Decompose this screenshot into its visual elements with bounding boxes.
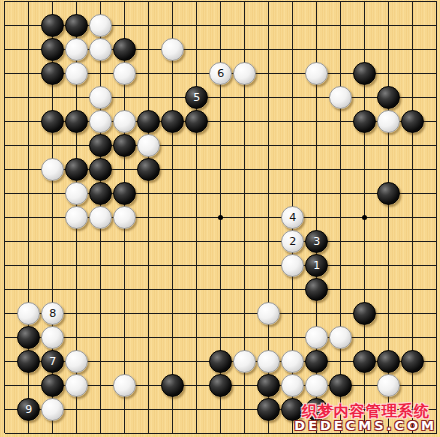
stone-white[interactable]	[113, 110, 136, 133]
stone-black[interactable]	[113, 134, 136, 157]
stone-black[interactable]: 9	[17, 398, 40, 421]
stone-black[interactable]	[41, 14, 64, 37]
stone-black[interactable]	[305, 350, 328, 373]
move-number: 1	[313, 260, 320, 271]
stone-white[interactable]	[113, 206, 136, 229]
stone-black[interactable]: 5	[185, 86, 208, 109]
stone-black[interactable]	[305, 278, 328, 301]
stone-black[interactable]	[41, 374, 64, 397]
stone-black[interactable]	[257, 398, 280, 421]
stone-white[interactable]	[257, 302, 280, 325]
stone-white[interactable]: 2	[281, 230, 304, 253]
stone-white[interactable]	[41, 326, 64, 349]
stone-white[interactable]	[329, 86, 352, 109]
move-number: 7	[49, 356, 56, 367]
stone-white[interactable]	[113, 374, 136, 397]
stone-black[interactable]	[209, 350, 232, 373]
move-number: 9	[25, 404, 32, 415]
stone-white[interactable]	[65, 182, 88, 205]
stone-white[interactable]	[89, 38, 112, 61]
move-number: 4	[289, 212, 296, 223]
stone-white[interactable]	[89, 86, 112, 109]
stone-white[interactable]	[281, 350, 304, 373]
stone-white[interactable]: 4	[281, 206, 304, 229]
stone-black[interactable]	[401, 110, 424, 133]
stone-black[interactable]	[41, 110, 64, 133]
stone-black[interactable]	[41, 62, 64, 85]
move-number: 2	[289, 236, 296, 247]
stones-layer: 654231879	[0, 0, 440, 437]
stone-black[interactable]	[161, 110, 184, 133]
stone-black[interactable]	[329, 374, 352, 397]
stone-black[interactable]	[89, 158, 112, 181]
stone-black[interactable]	[113, 38, 136, 61]
stone-black[interactable]	[89, 134, 112, 157]
stone-white[interactable]	[65, 38, 88, 61]
stone-black[interactable]	[353, 350, 376, 373]
stone-white[interactable]	[257, 350, 280, 373]
stone-black[interactable]	[137, 158, 160, 181]
stone-white[interactable]	[89, 14, 112, 37]
stone-black[interactable]	[377, 86, 400, 109]
stone-white[interactable]: 8	[41, 302, 64, 325]
stone-black[interactable]	[17, 326, 40, 349]
stone-white[interactable]	[233, 62, 256, 85]
stone-black[interactable]	[257, 374, 280, 397]
stone-black[interactable]	[185, 110, 208, 133]
stone-black[interactable]	[41, 38, 64, 61]
stone-white[interactable]	[89, 110, 112, 133]
stone-black[interactable]	[353, 110, 376, 133]
stone-black[interactable]	[209, 374, 232, 397]
stone-white[interactable]	[137, 134, 160, 157]
move-number: 8	[49, 308, 56, 319]
stone-white[interactable]	[281, 254, 304, 277]
stone-black[interactable]	[353, 302, 376, 325]
stone-white[interactable]	[17, 302, 40, 325]
stone-white[interactable]	[65, 62, 88, 85]
stone-white[interactable]	[329, 326, 352, 349]
stone-black[interactable]	[65, 110, 88, 133]
stone-white[interactable]	[305, 326, 328, 349]
move-number: 3	[313, 236, 320, 247]
stone-white[interactable]	[65, 374, 88, 397]
stone-white[interactable]	[233, 350, 256, 373]
stone-white[interactable]	[281, 374, 304, 397]
stone-black[interactable]	[305, 398, 328, 421]
stone-white[interactable]	[41, 158, 64, 181]
stone-black[interactable]	[377, 182, 400, 205]
stone-black[interactable]	[17, 350, 40, 373]
stone-white[interactable]	[305, 374, 328, 397]
stone-black[interactable]	[65, 158, 88, 181]
stone-white[interactable]	[65, 350, 88, 373]
stone-black[interactable]: 7	[41, 350, 64, 373]
stone-white[interactable]	[41, 398, 64, 421]
stone-white[interactable]	[89, 206, 112, 229]
stone-black[interactable]	[113, 182, 136, 205]
go-board[interactable]: 654231879 织梦内容管理系统 DEDECMS.COM	[0, 0, 440, 437]
stone-white[interactable]	[377, 110, 400, 133]
stone-white[interactable]	[305, 62, 328, 85]
stone-black[interactable]	[89, 182, 112, 205]
stone-white[interactable]	[113, 62, 136, 85]
stone-black[interactable]	[161, 374, 184, 397]
stone-black[interactable]	[401, 350, 424, 373]
stone-black[interactable]: 1	[305, 254, 328, 277]
stone-black[interactable]	[281, 398, 304, 421]
stone-white[interactable]	[377, 374, 400, 397]
move-number: 6	[217, 68, 224, 79]
stone-white[interactable]	[65, 206, 88, 229]
stone-black[interactable]	[377, 350, 400, 373]
stone-white[interactable]: 6	[209, 62, 232, 85]
stone-black[interactable]	[65, 14, 88, 37]
move-number: 5	[193, 92, 200, 103]
stone-black[interactable]	[353, 62, 376, 85]
stone-white[interactable]	[161, 38, 184, 61]
stone-black[interactable]: 3	[305, 230, 328, 253]
stone-black[interactable]	[137, 110, 160, 133]
